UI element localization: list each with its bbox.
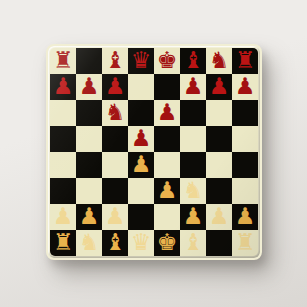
piece-red-king: ♚: [157, 49, 178, 72]
square-g6: [206, 100, 232, 126]
piece-gold-bishop: ♝: [105, 231, 126, 254]
square-b3: [76, 178, 102, 204]
piece-gold-bishop: ♝: [183, 231, 204, 254]
square-b5: [76, 126, 102, 152]
piece-gold-pawn: ♟: [131, 153, 152, 176]
square-h4: [232, 152, 258, 178]
piece-gold-pawn: ♟: [53, 205, 74, 228]
square-c6: ♞: [102, 100, 128, 126]
square-h5: [232, 126, 258, 152]
photo-background: ♜♝♛♚♝♞♜♟♟♟♟♟♟♞♟♟♟♟♞♟♟♟♟♟♟♜♞♝♛♚♝♜: [0, 0, 307, 307]
square-c8: ♝: [102, 48, 128, 74]
square-e7: [154, 74, 180, 100]
piece-gold-pawn: ♟: [157, 179, 178, 202]
piece-gold-rook: ♜: [235, 231, 256, 254]
square-c3: [102, 178, 128, 204]
square-b2: ♟: [76, 204, 102, 230]
square-f2: ♟: [180, 204, 206, 230]
square-b7: ♟: [76, 74, 102, 100]
square-g4: [206, 152, 232, 178]
piece-gold-knight: ♞: [183, 179, 204, 202]
piece-red-pawn: ♟: [53, 75, 74, 98]
square-h2: ♟: [232, 204, 258, 230]
piece-red-rook: ♜: [53, 49, 74, 72]
square-d6: [128, 100, 154, 126]
piece-red-pawn: ♟: [183, 75, 204, 98]
square-g1: [206, 230, 232, 256]
piece-gold-pawn: ♟: [105, 205, 126, 228]
piece-red-bishop: ♝: [183, 49, 204, 72]
square-a6: [50, 100, 76, 126]
piece-gold-pawn: ♟: [235, 205, 256, 228]
square-f1: ♝: [180, 230, 206, 256]
square-c4: [102, 152, 128, 178]
square-g5: [206, 126, 232, 152]
piece-red-bishop: ♝: [105, 49, 126, 72]
square-e4: [154, 152, 180, 178]
square-e5: [154, 126, 180, 152]
square-f8: ♝: [180, 48, 206, 74]
square-e8: ♚: [154, 48, 180, 74]
square-g8: ♞: [206, 48, 232, 74]
piece-gold-pawn: ♟: [209, 205, 230, 228]
square-a2: ♟: [50, 204, 76, 230]
square-d3: [128, 178, 154, 204]
square-e2: [154, 204, 180, 230]
chess-pin-button: ♜♝♛♚♝♞♜♟♟♟♟♟♟♞♟♟♟♟♞♟♟♟♟♟♟♜♞♝♛♚♝♜: [46, 44, 262, 260]
square-g3: [206, 178, 232, 204]
piece-red-knight: ♞: [105, 101, 126, 124]
square-b8: [76, 48, 102, 74]
square-g2: ♟: [206, 204, 232, 230]
piece-red-pawn: ♟: [105, 75, 126, 98]
piece-red-pawn: ♟: [131, 127, 152, 150]
square-b4: [76, 152, 102, 178]
piece-red-pawn: ♟: [209, 75, 230, 98]
square-d1: ♛: [128, 230, 154, 256]
piece-red-rook: ♜: [235, 49, 256, 72]
square-e3: ♟: [154, 178, 180, 204]
square-f6: [180, 100, 206, 126]
square-d8: ♛: [128, 48, 154, 74]
square-g7: ♟: [206, 74, 232, 100]
square-h3: [232, 178, 258, 204]
piece-red-pawn: ♟: [157, 101, 178, 124]
square-a1: ♜: [50, 230, 76, 256]
square-b6: [76, 100, 102, 126]
piece-red-knight: ♞: [209, 49, 230, 72]
square-c2: ♟: [102, 204, 128, 230]
square-c1: ♝: [102, 230, 128, 256]
piece-gold-pawn: ♟: [183, 205, 204, 228]
square-d2: [128, 204, 154, 230]
piece-red-pawn: ♟: [235, 75, 256, 98]
piece-gold-pawn: ♟: [79, 205, 100, 228]
piece-red-queen: ♛: [131, 49, 152, 72]
square-a3: [50, 178, 76, 204]
piece-gold-rook: ♜: [53, 231, 74, 254]
piece-gold-queen: ♛: [131, 231, 152, 254]
square-f5: [180, 126, 206, 152]
piece-red-pawn: ♟: [79, 75, 100, 98]
square-h8: ♜: [232, 48, 258, 74]
square-b1: ♞: [76, 230, 102, 256]
square-h6: [232, 100, 258, 126]
square-a8: ♜: [50, 48, 76, 74]
square-e1: ♚: [154, 230, 180, 256]
chess-board: ♜♝♛♚♝♞♜♟♟♟♟♟♟♞♟♟♟♟♞♟♟♟♟♟♟♜♞♝♛♚♝♜: [50, 48, 258, 256]
square-f4: [180, 152, 206, 178]
square-c7: ♟: [102, 74, 128, 100]
square-d7: [128, 74, 154, 100]
square-a5: [50, 126, 76, 152]
square-e6: ♟: [154, 100, 180, 126]
square-c5: [102, 126, 128, 152]
square-a7: ♟: [50, 74, 76, 100]
piece-gold-knight: ♞: [79, 231, 100, 254]
piece-gold-king: ♚: [157, 231, 178, 254]
square-d4: ♟: [128, 152, 154, 178]
square-f7: ♟: [180, 74, 206, 100]
square-f3: ♞: [180, 178, 206, 204]
square-h1: ♜: [232, 230, 258, 256]
square-d5: ♟: [128, 126, 154, 152]
square-a4: [50, 152, 76, 178]
square-h7: ♟: [232, 74, 258, 100]
